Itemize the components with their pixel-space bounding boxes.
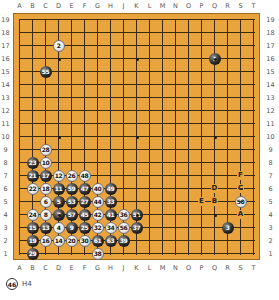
black-stone-47: 47 bbox=[79, 183, 91, 195]
coord-row-right-14: 14 bbox=[265, 80, 276, 90]
white-stone-40: 40 bbox=[92, 183, 104, 195]
board-point-C15: 55 bbox=[39, 65, 52, 78]
letter-point-P5: E bbox=[195, 195, 208, 208]
coord-col-top-A: A bbox=[13, 1, 26, 11]
coord-col-top-S: S bbox=[234, 1, 247, 11]
black-stone-59: 59 bbox=[66, 183, 78, 195]
board-point-F7: 48 bbox=[78, 169, 91, 182]
dash-mark-5 bbox=[253, 219, 254, 224]
board-point-G4: 42 bbox=[91, 208, 104, 221]
coord-col-bottom-F: F bbox=[78, 263, 91, 273]
coord-row-left-16: 16 bbox=[0, 54, 11, 64]
coord-col-top-J: J bbox=[117, 1, 130, 11]
coord-row-left-6: 6 bbox=[0, 184, 11, 194]
go-board: 1255282310211712264822181159474049655327… bbox=[13, 13, 260, 260]
white-stone-20: 20 bbox=[66, 235, 78, 247]
coord-col-bottom-S: S bbox=[234, 263, 247, 273]
black-stone-21: 21 bbox=[27, 170, 39, 182]
star-point-Q16 bbox=[214, 58, 217, 61]
coord-col-bottom-L: L bbox=[143, 263, 156, 273]
board-point-J4: 36 bbox=[117, 208, 130, 221]
coord-col-top-P: P bbox=[195, 1, 208, 11]
white-stone-14: 14 bbox=[53, 235, 65, 247]
coord-row-right-7: 7 bbox=[265, 171, 276, 181]
board-point-C4: 8 bbox=[39, 208, 52, 221]
dash-mark-4 bbox=[253, 206, 254, 211]
black-stone-39: 39 bbox=[118, 235, 130, 247]
dash-mark-2 bbox=[253, 167, 254, 172]
white-stone-32: 32 bbox=[92, 222, 104, 234]
board-point-E7: 26 bbox=[65, 169, 78, 182]
white-stone-56: 56 bbox=[118, 222, 130, 234]
note-text: H4 bbox=[22, 280, 32, 288]
board-point-H3: 34 bbox=[104, 221, 117, 234]
black-stone-63: 63 bbox=[105, 235, 117, 247]
coord-row-left-11: 11 bbox=[0, 119, 11, 129]
coord-col-top-R: R bbox=[221, 1, 234, 11]
black-stone-61: 61 bbox=[92, 235, 104, 247]
white-stone-34: 34 bbox=[105, 222, 117, 234]
coord-col-top-T: T bbox=[247, 1, 260, 11]
star-point-D4 bbox=[58, 214, 61, 217]
white-stone-38: 38 bbox=[92, 248, 104, 260]
board-point-H2: 63 bbox=[104, 234, 117, 247]
star-point-Q10 bbox=[214, 136, 217, 139]
black-stone-11: 11 bbox=[53, 183, 65, 195]
point-label-B: B bbox=[211, 197, 218, 206]
white-stone-24: 24 bbox=[27, 209, 39, 221]
black-stone-27: 27 bbox=[79, 196, 91, 208]
board-point-B6: 22 bbox=[26, 182, 39, 195]
white-stone-8: 8 bbox=[40, 209, 52, 221]
coord-col-top-D: D bbox=[52, 1, 65, 11]
board-point-E6: 59 bbox=[65, 182, 78, 195]
coord-row-left-15: 15 bbox=[0, 67, 11, 77]
coord-col-top-B: B bbox=[26, 1, 39, 11]
board-point-F2: 30 bbox=[78, 234, 91, 247]
white-stone-44: 44 bbox=[92, 196, 104, 208]
board-point-F3: 25 bbox=[78, 221, 91, 234]
letter-point-Q5: B bbox=[208, 195, 221, 208]
coord-row-right-2: 2 bbox=[265, 236, 276, 246]
coord-row-left-1: 1 bbox=[0, 249, 11, 259]
black-stone-45: 45 bbox=[79, 209, 91, 221]
white-stone-6: 6 bbox=[40, 196, 52, 208]
white-stone-26: 26 bbox=[66, 170, 78, 182]
coord-col-top-Q: Q bbox=[208, 1, 221, 11]
black-stone-3: 3 bbox=[222, 222, 234, 234]
coord-row-right-10: 10 bbox=[265, 132, 276, 142]
coord-row-right-8: 8 bbox=[265, 158, 276, 168]
coord-row-left-10: 10 bbox=[0, 132, 11, 142]
white-stone-42: 42 bbox=[92, 209, 104, 221]
coord-col-top-M: M bbox=[156, 1, 169, 11]
coord-col-top-C: C bbox=[39, 1, 52, 11]
coord-col-top-H: H bbox=[104, 1, 117, 11]
star-point-K10 bbox=[136, 136, 139, 139]
board-point-C2: 16 bbox=[39, 234, 52, 247]
coord-row-right-5: 5 bbox=[265, 197, 276, 207]
coord-row-left-3: 3 bbox=[0, 223, 11, 233]
board-point-C7: 17 bbox=[39, 169, 52, 182]
board-point-E2: 20 bbox=[65, 234, 78, 247]
black-stone-41: 41 bbox=[105, 209, 117, 221]
coord-row-right-18: 18 bbox=[265, 28, 276, 38]
white-stone-30: 30 bbox=[79, 235, 91, 247]
board-point-B8: 23 bbox=[26, 156, 39, 169]
coord-col-bottom-N: N bbox=[169, 263, 182, 273]
coord-row-left-13: 13 bbox=[0, 93, 11, 103]
coord-col-bottom-K: K bbox=[130, 263, 143, 273]
coord-row-right-9: 9 bbox=[265, 145, 276, 155]
board-point-G1: 38 bbox=[91, 247, 104, 260]
board-point-C8: 10 bbox=[39, 156, 52, 169]
coord-row-left-5: 5 bbox=[0, 197, 11, 207]
coord-col-bottom-A: A bbox=[13, 263, 26, 273]
move-note: 46 H4 bbox=[6, 276, 32, 292]
coord-col-bottom-R: R bbox=[221, 263, 234, 273]
coord-col-top-G: G bbox=[91, 1, 104, 11]
star-point-D10 bbox=[58, 136, 61, 139]
board-point-D5: 5 bbox=[52, 195, 65, 208]
star-point-K4 bbox=[136, 214, 139, 217]
board-point-H4: 41 bbox=[104, 208, 117, 221]
white-stone-12: 12 bbox=[53, 170, 65, 182]
coord-row-left-17: 17 bbox=[0, 41, 11, 51]
coord-col-bottom-T: T bbox=[247, 263, 260, 273]
black-stone-23: 23 bbox=[27, 157, 39, 169]
coord-row-left-2: 2 bbox=[0, 236, 11, 246]
board-point-C3: 13 bbox=[39, 221, 52, 234]
white-stone-48: 48 bbox=[79, 170, 91, 182]
coord-row-right-17: 17 bbox=[265, 41, 276, 51]
coord-row-right-3: 3 bbox=[265, 223, 276, 233]
black-stone-33: 33 bbox=[105, 196, 117, 208]
coord-row-right-16: 16 bbox=[265, 54, 276, 64]
board-point-C6: 18 bbox=[39, 182, 52, 195]
black-stone-55: 55 bbox=[40, 66, 52, 78]
coord-row-left-9: 9 bbox=[0, 145, 11, 155]
dash-mark-0 bbox=[238, 188, 243, 189]
coord-col-bottom-B: B bbox=[26, 263, 39, 273]
coord-row-left-4: 4 bbox=[0, 210, 11, 220]
star-point-Q4 bbox=[214, 214, 217, 217]
coord-row-left-19: 19 bbox=[0, 15, 11, 25]
black-stone-13: 13 bbox=[40, 222, 52, 234]
board-point-D17: 2 bbox=[52, 39, 65, 52]
point-label-F: F bbox=[237, 171, 244, 180]
coord-row-right-13: 13 bbox=[265, 93, 276, 103]
coord-col-bottom-Q: Q bbox=[208, 263, 221, 273]
white-stone-16: 16 bbox=[40, 235, 52, 247]
letter-point-S7: F bbox=[234, 169, 247, 182]
coord-row-right-19: 19 bbox=[265, 15, 276, 25]
coord-col-bottom-E: E bbox=[65, 263, 78, 273]
board-point-E3: 9 bbox=[65, 221, 78, 234]
black-stone-17: 17 bbox=[40, 170, 52, 182]
black-stone-49: 49 bbox=[105, 183, 117, 195]
board-point-B2: 19 bbox=[26, 234, 39, 247]
coord-col-top-K: K bbox=[130, 1, 143, 11]
coord-col-bottom-H: H bbox=[104, 263, 117, 273]
board-point-H5: 33 bbox=[104, 195, 117, 208]
coord-col-bottom-G: G bbox=[91, 263, 104, 273]
coord-row-left-8: 8 bbox=[0, 158, 11, 168]
star-point-K16 bbox=[136, 58, 139, 61]
white-stone-22: 22 bbox=[27, 183, 39, 195]
letter-point-Q6: D bbox=[208, 182, 221, 195]
coord-row-left-18: 18 bbox=[0, 28, 11, 38]
coord-row-right-15: 15 bbox=[265, 67, 276, 77]
board-point-B3: 15 bbox=[26, 221, 39, 234]
board-point-G5: 44 bbox=[91, 195, 104, 208]
board-point-C5: 6 bbox=[39, 195, 52, 208]
coord-row-right-1: 1 bbox=[265, 249, 276, 259]
star-point-D16 bbox=[58, 58, 61, 61]
dash-mark-3 bbox=[253, 180, 254, 185]
board-point-K3: 37 bbox=[130, 221, 143, 234]
black-stone-57: 57 bbox=[66, 209, 78, 221]
board-point-G6: 40 bbox=[91, 182, 104, 195]
white-stone-10: 10 bbox=[40, 157, 52, 169]
board-point-D7: 12 bbox=[52, 169, 65, 182]
black-stone-19: 19 bbox=[27, 235, 39, 247]
coord-col-bottom-C: C bbox=[39, 263, 52, 273]
white-stone-28: 28 bbox=[40, 144, 52, 156]
coord-col-bottom-J: J bbox=[117, 263, 130, 273]
coord-col-top-E: E bbox=[65, 1, 78, 11]
coord-row-right-4: 4 bbox=[265, 210, 276, 220]
board-point-J2: 39 bbox=[117, 234, 130, 247]
board-point-B4: 24 bbox=[26, 208, 39, 221]
coord-col-top-N: N bbox=[169, 1, 182, 11]
board-point-B1: 29 bbox=[26, 247, 39, 260]
black-stone-5: 5 bbox=[53, 196, 65, 208]
board-point-C9: 28 bbox=[39, 143, 52, 156]
black-stone-37: 37 bbox=[131, 222, 143, 234]
board-point-H6: 49 bbox=[104, 182, 117, 195]
board-point-F4: 45 bbox=[78, 208, 91, 221]
point-label-A: A bbox=[237, 210, 244, 219]
white-stone-4: 4 bbox=[53, 222, 65, 234]
board-point-D6: 11 bbox=[52, 182, 65, 195]
coord-col-bottom-M: M bbox=[156, 263, 169, 273]
board-point-D3: 4 bbox=[52, 221, 65, 234]
white-stone-icon: 46 bbox=[6, 278, 18, 290]
coord-row-right-6: 6 bbox=[265, 184, 276, 194]
black-stone-25: 25 bbox=[79, 222, 91, 234]
point-label-D: D bbox=[211, 184, 219, 193]
coord-col-bottom-O: O bbox=[182, 263, 195, 273]
coord-row-right-11: 11 bbox=[265, 119, 276, 129]
board-point-F5: 27 bbox=[78, 195, 91, 208]
coord-col-bottom-D: D bbox=[52, 263, 65, 273]
coord-col-bottom-P: P bbox=[195, 263, 208, 273]
coord-row-right-12: 12 bbox=[265, 106, 276, 116]
black-stone-53: 53 bbox=[66, 196, 78, 208]
board-point-F6: 47 bbox=[78, 182, 91, 195]
go-diagram-page: 1255282310211712264822181159474049655327… bbox=[0, 0, 279, 300]
white-stone-18: 18 bbox=[40, 183, 52, 195]
coord-col-top-L: L bbox=[143, 1, 156, 11]
coord-col-top-O: O bbox=[182, 1, 195, 11]
board-point-R3: 3 bbox=[221, 221, 234, 234]
black-stone-9: 9 bbox=[66, 222, 78, 234]
board-point-J3: 56 bbox=[117, 221, 130, 234]
board-point-G3: 32 bbox=[91, 221, 104, 234]
black-stone-29: 29 bbox=[27, 248, 39, 260]
board-point-E5: 53 bbox=[65, 195, 78, 208]
letter-point-S4: A bbox=[234, 208, 247, 221]
coord-row-left-7: 7 bbox=[0, 171, 11, 181]
coord-col-top-F: F bbox=[78, 1, 91, 11]
point-label-E: E bbox=[198, 197, 205, 206]
white-stone-36: 36 bbox=[118, 209, 130, 221]
board-point-D2: 14 bbox=[52, 234, 65, 247]
white-stone-2: 2 bbox=[53, 40, 65, 52]
board-point-E4: 57 bbox=[65, 208, 78, 221]
board-point-B7: 21 bbox=[26, 169, 39, 182]
black-stone-15: 15 bbox=[27, 222, 39, 234]
board-point-G2: 61 bbox=[91, 234, 104, 247]
dash-mark-1 bbox=[238, 201, 243, 202]
coord-row-left-14: 14 bbox=[0, 80, 11, 90]
coord-row-left-12: 12 bbox=[0, 106, 11, 116]
